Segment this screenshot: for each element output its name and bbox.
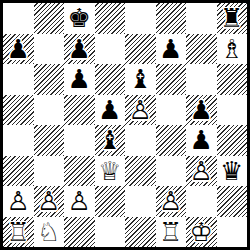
white-pawn-icon: ♙	[156, 188, 187, 214]
square-b1[interactable]: ♞♘	[34, 217, 65, 248]
black-pawn-icon: ♟	[156, 36, 187, 62]
white-rook-icon: ♖	[3, 219, 34, 245]
black-king-icon: ♚	[64, 5, 95, 31]
white-pawn-icon: ♙	[3, 188, 34, 214]
square-b8[interactable]	[34, 3, 65, 34]
black-rook-h8: ♜♜	[217, 3, 248, 34]
square-h3[interactable]: ♛♛	[217, 156, 248, 187]
white-pawn-c2: ♟♙	[64, 186, 95, 217]
square-f7[interactable]: ♟♟	[156, 34, 187, 65]
square-a8[interactable]	[3, 3, 34, 34]
square-b7[interactable]	[34, 34, 65, 65]
square-a1[interactable]: ♜♖	[3, 217, 34, 248]
square-d8[interactable]	[95, 3, 126, 34]
white-pawn-icon: ♙	[64, 188, 95, 214]
square-h8[interactable]: ♜♜	[217, 3, 248, 34]
black-pawn-icon: ♟	[95, 97, 126, 123]
white-pawn-a2: ♟♙	[3, 186, 34, 217]
white-pawn-g3: ♟♙	[186, 156, 217, 187]
square-a5[interactable]	[3, 95, 34, 126]
white-pawn-e5: ♟♙	[125, 95, 156, 126]
square-b3[interactable]	[34, 156, 65, 187]
black-queen-h3: ♛♛	[217, 156, 248, 187]
square-e7[interactable]	[125, 34, 156, 65]
black-pawn-icon: ♟	[186, 127, 217, 153]
square-d6[interactable]	[95, 64, 126, 95]
square-h6[interactable]	[217, 64, 248, 95]
square-c5[interactable]	[64, 95, 95, 126]
black-pawn-c6: ♟♟	[64, 64, 95, 95]
square-b5[interactable]	[34, 95, 65, 126]
square-f2[interactable]: ♟♙	[156, 186, 187, 217]
square-e2[interactable]	[125, 186, 156, 217]
white-knight-icon: ♘	[34, 219, 65, 245]
black-queen-icon: ♛	[217, 158, 248, 184]
black-bishop-e6: ♝♝	[125, 64, 156, 95]
square-e6[interactable]: ♝♝	[125, 64, 156, 95]
black-bishop-icon: ♝	[95, 127, 126, 153]
black-pawn-a7: ♟♟	[3, 34, 34, 65]
white-queen-d3: ♛♕	[95, 156, 126, 187]
white-king-icon: ♔	[186, 219, 217, 245]
square-f8[interactable]	[156, 3, 187, 34]
square-g7[interactable]	[186, 34, 217, 65]
square-c2[interactable]: ♟♙	[64, 186, 95, 217]
square-c4[interactable]	[64, 125, 95, 156]
square-h5[interactable]	[217, 95, 248, 126]
square-g1[interactable]: ♚♔	[186, 217, 217, 248]
square-d2[interactable]	[95, 186, 126, 217]
square-f6[interactable]	[156, 64, 187, 95]
square-c8[interactable]: ♚♚	[64, 3, 95, 34]
square-d3[interactable]: ♛♕	[95, 156, 126, 187]
white-pawn-b2: ♟♙	[34, 186, 65, 217]
square-g5[interactable]: ♟♟	[186, 95, 217, 126]
black-pawn-c7: ♟♟	[64, 34, 95, 65]
square-e3[interactable]	[125, 156, 156, 187]
square-a3[interactable]	[3, 156, 34, 187]
white-rook-a1: ♜♖	[3, 217, 34, 248]
square-c6[interactable]: ♟♟	[64, 64, 95, 95]
square-h2[interactable]	[217, 186, 248, 217]
square-f5[interactable]	[156, 95, 187, 126]
white-queen-icon: ♕	[95, 158, 126, 184]
black-pawn-d5: ♟♟	[95, 95, 126, 126]
square-c3[interactable]	[64, 156, 95, 187]
square-a7[interactable]: ♟♟	[3, 34, 34, 65]
square-g8[interactable]	[186, 3, 217, 34]
square-f1[interactable]: ♜♖	[156, 217, 187, 248]
square-g6[interactable]	[186, 64, 217, 95]
square-f3[interactable]	[156, 156, 187, 187]
white-pawn-icon: ♙	[34, 188, 65, 214]
white-pawn-icon: ♙	[186, 158, 217, 184]
square-f4[interactable]	[156, 125, 187, 156]
black-pawn-icon: ♟	[186, 97, 217, 123]
black-pawn-icon: ♟	[3, 36, 34, 62]
square-c7[interactable]: ♟♟	[64, 34, 95, 65]
square-d1[interactable]	[95, 217, 126, 248]
black-pawn-f7: ♟♟	[156, 34, 187, 65]
square-b4[interactable]	[34, 125, 65, 156]
square-d5[interactable]: ♟♟	[95, 95, 126, 126]
white-knight-b1: ♞♘	[34, 217, 65, 248]
black-pawn-icon: ♟	[64, 36, 95, 62]
square-d4[interactable]: ♝♝	[95, 125, 126, 156]
white-rook-f1: ♜♖	[156, 217, 187, 248]
square-e5[interactable]: ♟♙	[125, 95, 156, 126]
black-bishop-icon: ♝	[125, 66, 156, 92]
square-g2[interactable]	[186, 186, 217, 217]
white-bishop-icon: ♗	[217, 36, 248, 62]
square-h1[interactable]	[217, 217, 248, 248]
white-pawn-f2: ♟♙	[156, 186, 187, 217]
chess-diagram: ♚♚♜♜♟♟♟♟♟♟♝♗♟♟♝♝♟♟♟♙♟♟♝♝♟♟♛♕♟♙♛♛♟♙♟♙♟♙♟♙…	[0, 0, 250, 250]
white-king-g1: ♚♔	[186, 217, 217, 248]
square-a6[interactable]	[3, 64, 34, 95]
square-a4[interactable]	[3, 125, 34, 156]
square-b6[interactable]	[34, 64, 65, 95]
square-a2[interactable]: ♟♙	[3, 186, 34, 217]
square-e8[interactable]	[125, 3, 156, 34]
square-h7[interactable]: ♝♗	[217, 34, 248, 65]
black-king-c8: ♚♚	[64, 3, 95, 34]
white-rook-icon: ♖	[156, 219, 187, 245]
square-e4[interactable]	[125, 125, 156, 156]
black-pawn-g5: ♟♟	[186, 95, 217, 126]
black-rook-icon: ♜	[217, 5, 248, 31]
square-h4[interactable]	[217, 125, 248, 156]
chess-board: ♚♚♜♜♟♟♟♟♟♟♝♗♟♟♝♝♟♟♟♙♟♟♝♝♟♟♛♕♟♙♛♛♟♙♟♙♟♙♟♙…	[3, 3, 247, 247]
square-e1[interactable]	[125, 217, 156, 248]
black-bishop-d4: ♝♝	[95, 125, 126, 156]
white-bishop-h7: ♝♗	[217, 34, 248, 65]
square-b2[interactable]: ♟♙	[34, 186, 65, 217]
square-g3[interactable]: ♟♙	[186, 156, 217, 187]
square-c1[interactable]	[64, 217, 95, 248]
white-pawn-icon: ♙	[125, 97, 156, 123]
black-pawn-icon: ♟	[64, 66, 95, 92]
square-g4[interactable]: ♟♟	[186, 125, 217, 156]
square-d7[interactable]	[95, 34, 126, 65]
black-pawn-g4: ♟♟	[186, 125, 217, 156]
